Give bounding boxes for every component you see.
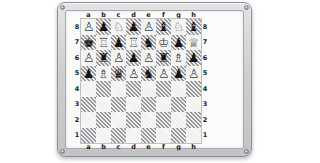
chess-piece-bB-f8: ♝ (156, 19, 171, 35)
corner-screw-icon (244, 5, 249, 10)
chess-piece-wP-d5: ♙ (126, 66, 141, 82)
board-square-d8: ♟ (126, 19, 141, 35)
chess-piece-bQ-c5: ♛ (111, 66, 126, 82)
rank-label-left-2: 2 (73, 112, 81, 128)
chess-piece-wP-e8: ♙ (141, 19, 156, 35)
board-square-b6: ♜ (96, 50, 111, 66)
chess-piece-wK-f7: ♔ (156, 35, 171, 51)
board-square-g5: ♟ (171, 66, 186, 82)
chess-piece-wR-b7: ♖ (96, 35, 111, 51)
board-square-d1 (126, 128, 141, 144)
board-square-g8: ♘ (171, 19, 186, 35)
file-label-bottom-b: b (96, 143, 111, 151)
board-square-a4 (81, 81, 96, 97)
chess-piece-bN-e5: ♞ (141, 66, 156, 82)
board-square-d6: ♟ (126, 50, 141, 66)
file-label-bottom-e: e (141, 143, 156, 151)
chess-piece-bP-c7: ♟ (111, 35, 126, 51)
board-square-d4 (126, 81, 141, 97)
board-square-h8: ♝ (186, 19, 201, 35)
board-square-h7: ♕ (186, 35, 201, 51)
chess-piece-bK-a7: ♚ (81, 35, 96, 51)
board-square-c2 (111, 112, 126, 128)
chess-piece-bP-d6: ♟ (126, 50, 141, 66)
chess-piece-wP-a6: ♙ (81, 50, 96, 66)
rank-label-left-6: 6 (73, 50, 81, 66)
board-square-e2 (141, 112, 156, 128)
rank-label-left-5: 5 (73, 66, 81, 82)
board-square-d5: ♙ (126, 66, 141, 82)
board-square-a2 (81, 112, 96, 128)
corner-screw-icon (244, 149, 249, 154)
board-square-a6: ♙ (81, 50, 96, 66)
rank-label-right-5: 5 (201, 66, 209, 82)
chess-piece-wP-e6: ♙ (141, 50, 156, 66)
board-surface: abcdefgh8♙♟♘♟♙♝♘♝87♚♖♟♖♞♔♟♕76♙♜♙♟♙♜♗♟65♟… (65, 10, 244, 149)
rank-label-right-4: 4 (201, 81, 209, 97)
rank-label-left-8: 8 (73, 19, 81, 35)
board-square-e8: ♙ (141, 19, 156, 35)
chess-piece-wP-c6: ♙ (111, 50, 126, 66)
board-square-e5: ♞ (141, 66, 156, 82)
board-square-e3 (141, 97, 156, 113)
corner-gap (73, 11, 81, 19)
corner-screw-icon (60, 5, 65, 10)
chess-piece-bR-b6: ♜ (96, 50, 111, 66)
board-square-e6: ♙ (141, 50, 156, 66)
board-square-g1 (171, 128, 186, 144)
rank-label-right-3: 3 (201, 97, 209, 113)
board-square-c1 (111, 128, 126, 144)
board-square-b8: ♟ (96, 19, 111, 35)
board-square-c3 (111, 97, 126, 113)
file-label-bottom-g: g (171, 143, 186, 151)
board-square-e7: ♞ (141, 35, 156, 51)
board-square-h1 (186, 128, 201, 144)
file-label-top-f: f (156, 11, 171, 19)
board-square-c8: ♘ (111, 19, 126, 35)
board-square-g2 (171, 112, 186, 128)
chess-piece-bP-b8: ♟ (96, 19, 111, 35)
file-label-top-b: b (96, 11, 111, 19)
aluminum-frame: abcdefgh8♙♟♘♟♙♝♘♝87♚♖♟♖♞♔♟♕76♙♜♙♟♙♜♗♟65♟… (57, 2, 252, 157)
board-square-f5: ♙ (156, 66, 171, 82)
board-square-a5: ♟ (81, 66, 96, 82)
board-square-f8: ♝ (156, 19, 171, 35)
chess-piece-bP-a5: ♟ (81, 66, 96, 82)
board-square-c5: ♛ (111, 66, 126, 82)
chess-piece-bN-e7: ♞ (141, 35, 156, 51)
corner-gap (201, 11, 209, 19)
board-square-a8: ♙ (81, 19, 96, 35)
board-square-f3 (156, 97, 171, 113)
rank-label-right-1: 1 (201, 128, 209, 144)
file-label-top-c: c (111, 11, 126, 19)
board-square-a7: ♚ (81, 35, 96, 51)
chess-piece-wB-g6: ♗ (171, 50, 186, 66)
board-square-h6: ♟ (186, 50, 201, 66)
file-label-bottom-d: d (126, 143, 141, 151)
file-label-bottom-h: h (186, 143, 201, 151)
rank-label-right-8: 8 (201, 19, 209, 35)
chess-piece-bR-f6: ♜ (156, 50, 171, 66)
file-label-bottom-a: a (81, 143, 96, 151)
rank-label-left-7: 7 (73, 35, 81, 51)
chess-piece-bP-h6: ♟ (186, 50, 201, 66)
chess-piece-wP-f5: ♙ (156, 66, 171, 82)
board-square-f6: ♜ (156, 50, 171, 66)
file-label-top-h: h (186, 11, 201, 19)
rank-label-right-6: 6 (201, 50, 209, 66)
board-square-c4 (111, 81, 126, 97)
chess-piece-wB-b5: ♗ (96, 66, 111, 82)
file-label-bottom-c: c (111, 143, 126, 151)
rank-label-left-4: 4 (73, 81, 81, 97)
corner-screw-icon (60, 149, 65, 154)
file-label-bottom-f: f (156, 143, 171, 151)
board-square-h3 (186, 97, 201, 113)
board-square-g6: ♗ (171, 50, 186, 66)
chess-piece-bP-g5: ♟ (171, 66, 186, 82)
file-label-top-g: g (171, 11, 186, 19)
board-square-b2 (96, 112, 111, 128)
board-square-c6: ♙ (111, 50, 126, 66)
rank-label-left-3: 3 (73, 97, 81, 113)
demo-chess-board-photo: abcdefgh8♙♟♘♟♙♝♘♝87♚♖♟♖♞♔♟♕76♙♜♙♟♙♜♗♟65♟… (57, 2, 252, 157)
board-square-f7: ♔ (156, 35, 171, 51)
board-square-h4 (186, 81, 201, 97)
rank-label-right-2: 2 (201, 112, 209, 128)
board-square-h2 (186, 112, 201, 128)
board-square-g7: ♟ (171, 35, 186, 51)
board-square-d2 (126, 112, 141, 128)
rank-label-left-1: 1 (73, 128, 81, 144)
rank-label-right-7: 7 (201, 35, 209, 51)
board-square-h5: ♙ (186, 66, 201, 82)
chess-piece-wP-a8: ♙ (81, 19, 96, 35)
board-square-c7: ♟ (111, 35, 126, 51)
board-square-d7: ♖ (126, 35, 141, 51)
board-square-f1 (156, 128, 171, 144)
chess-piece-wR-d7: ♖ (126, 35, 141, 51)
file-label-top-e: e (141, 11, 156, 19)
chess-piece-wP-h5: ♙ (186, 66, 201, 82)
chess-piece-wN-g8: ♘ (171, 19, 186, 35)
board-square-a1 (81, 128, 96, 144)
board-square-b3 (96, 97, 111, 113)
corner-gap (201, 143, 209, 151)
chess-piece-wQ-h7: ♕ (186, 35, 201, 51)
chess-piece-bB-h8: ♝ (186, 19, 201, 35)
file-label-top-d: d (126, 11, 141, 19)
board-square-d3 (126, 97, 141, 113)
board-square-g3 (171, 97, 186, 113)
file-label-top-a: a (81, 11, 96, 19)
board-square-b5: ♗ (96, 66, 111, 82)
chess-piece-wN-c8: ♘ (111, 19, 126, 35)
chess-piece-bP-d8: ♟ (126, 19, 141, 35)
board-square-g4 (171, 81, 186, 97)
board-square-f4 (156, 81, 171, 97)
corner-gap (73, 143, 81, 151)
chess-piece-bP-g7: ♟ (171, 35, 186, 51)
board-square-e1 (141, 128, 156, 144)
board-square-f2 (156, 112, 171, 128)
board-square-a3 (81, 97, 96, 113)
chess-board: abcdefgh8♙♟♘♟♙♝♘♝87♚♖♟♖♞♔♟♕76♙♜♙♟♙♜♗♟65♟… (73, 11, 209, 151)
board-square-b7: ♖ (96, 35, 111, 51)
board-square-b1 (96, 128, 111, 144)
board-square-b4 (96, 81, 111, 97)
board-square-e4 (141, 81, 156, 97)
